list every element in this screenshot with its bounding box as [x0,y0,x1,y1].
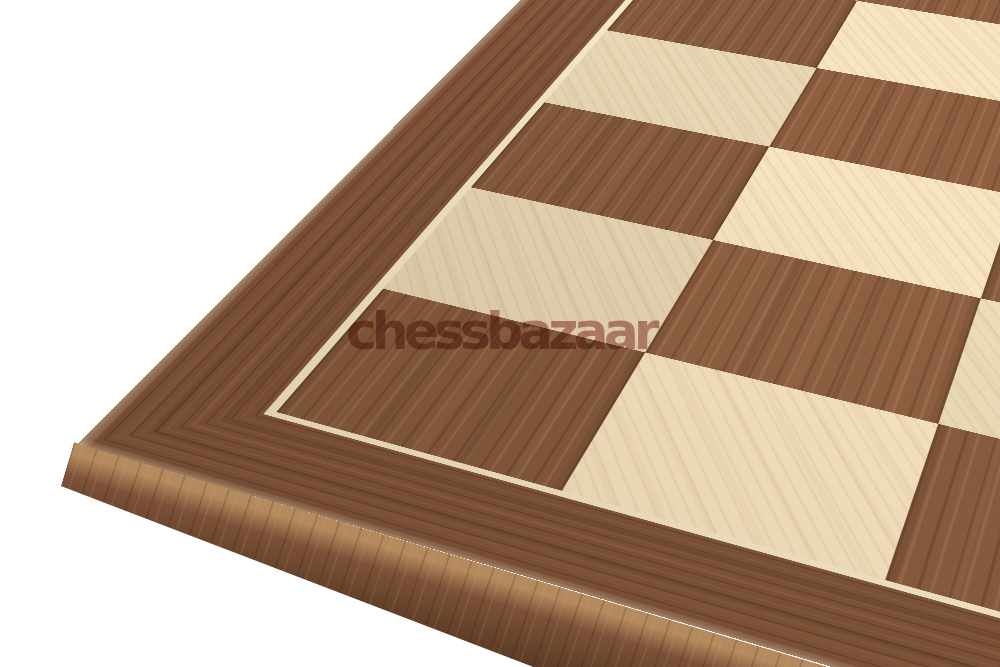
photo-stage: chessbazaar [0,0,1000,667]
watermark: chessbazaar [346,305,654,357]
